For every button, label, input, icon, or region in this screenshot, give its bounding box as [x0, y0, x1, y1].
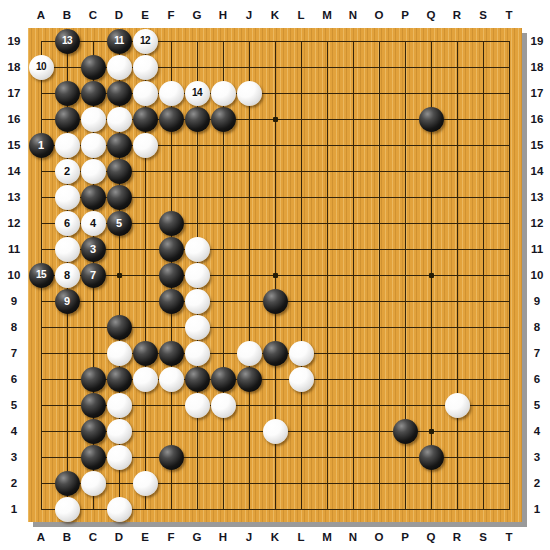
stone-white-C15 — [81, 133, 106, 158]
coordinate-label: 18 — [8, 61, 21, 73]
stones-layer: 131115315791210142648 — [28, 28, 522, 522]
move-number: 6 — [64, 218, 70, 229]
stone-white-E19: 12 — [133, 29, 158, 54]
coordinate-label: F — [167, 531, 174, 543]
coordinate-label: 19 — [8, 35, 21, 47]
coordinate-label: 15 — [531, 139, 544, 151]
stone-black-C10: 7 — [81, 263, 106, 288]
coordinate-label: 17 — [8, 87, 21, 99]
coordinate-label: L — [297, 531, 304, 543]
coordinate-label: T — [505, 531, 512, 543]
top-coordinates: ABCDEFGHJKLMNOPQRST — [28, 0, 522, 28]
coordinate-label: 2 — [534, 477, 540, 489]
stone-black-F7 — [159, 341, 184, 366]
stone-white-D4 — [107, 419, 132, 444]
stone-black-A10: 15 — [29, 263, 54, 288]
stone-white-B14: 2 — [55, 159, 80, 184]
stone-white-R5 — [445, 393, 470, 418]
stone-white-C14 — [81, 159, 106, 184]
stone-black-F10 — [159, 263, 184, 288]
stone-white-D7 — [107, 341, 132, 366]
left-coordinates: 19181716151413121110987654321 — [0, 28, 28, 522]
stone-white-E2 — [133, 471, 158, 496]
stone-white-D1 — [107, 497, 132, 522]
coordinate-label: C — [89, 531, 97, 543]
stone-white-G9 — [185, 289, 210, 314]
coordinate-label: D — [115, 531, 123, 543]
coordinate-label: 16 — [531, 113, 544, 125]
coordinate-label: K — [271, 531, 279, 543]
stone-white-G11 — [185, 237, 210, 262]
stone-white-B10: 8 — [55, 263, 80, 288]
coordinate-label: A — [37, 9, 45, 21]
move-number: 13 — [62, 36, 72, 46]
stone-white-C16 — [81, 107, 106, 132]
stone-white-B12: 6 — [55, 211, 80, 236]
stone-white-C2 — [81, 471, 106, 496]
coordinate-label: 9 — [11, 295, 17, 307]
coordinate-label: 7 — [11, 347, 17, 359]
stone-white-L6 — [289, 367, 314, 392]
stone-white-B1 — [55, 497, 80, 522]
stone-black-C4 — [81, 419, 106, 444]
move-number: 8 — [64, 270, 70, 281]
coordinate-label: H — [219, 531, 227, 543]
coordinate-label: P — [401, 531, 409, 543]
stone-black-B17 — [55, 81, 80, 106]
stone-black-Q3 — [419, 445, 444, 470]
move-number: 5 — [116, 218, 122, 229]
stone-black-D13 — [107, 185, 132, 210]
stone-black-F3 — [159, 445, 184, 470]
move-number: 1 — [38, 140, 44, 151]
coordinate-label: 1 — [11, 503, 17, 515]
coordinate-label: 8 — [534, 321, 540, 333]
coordinate-label: D — [115, 9, 123, 21]
coordinate-label: O — [375, 531, 384, 543]
stone-black-C11: 3 — [81, 237, 106, 262]
coordinate-label: J — [246, 531, 252, 543]
stone-black-D19: 11 — [107, 29, 132, 54]
stone-white-E18 — [133, 55, 158, 80]
coordinate-label: L — [297, 9, 304, 21]
stone-white-D16 — [107, 107, 132, 132]
stone-black-G16 — [185, 107, 210, 132]
stone-white-G5 — [185, 393, 210, 418]
stone-black-C18 — [81, 55, 106, 80]
move-number: 11 — [114, 36, 124, 46]
coordinate-label: 4 — [534, 425, 540, 437]
stone-white-E15 — [133, 133, 158, 158]
move-number: 2 — [64, 166, 70, 177]
coordinate-label: 14 — [8, 165, 21, 177]
coordinate-label: S — [479, 9, 487, 21]
coordinate-label: 7 — [534, 347, 540, 359]
stone-black-B2 — [55, 471, 80, 496]
move-number: 3 — [90, 244, 96, 255]
stone-black-E16 — [133, 107, 158, 132]
stone-black-J6 — [237, 367, 262, 392]
move-number: 15 — [36, 270, 46, 280]
coordinate-label: S — [479, 531, 487, 543]
coordinate-label: 2 — [11, 477, 17, 489]
coordinate-label: B — [63, 9, 71, 21]
stone-white-J17 — [237, 81, 262, 106]
stone-white-C12: 4 — [81, 211, 106, 236]
right-coordinates: 19181716151413121110987654321 — [525, 28, 550, 522]
coordinate-label: 17 — [531, 87, 544, 99]
stone-black-K9 — [263, 289, 288, 314]
stone-black-F9 — [159, 289, 184, 314]
go-board[interactable]: 131115315791210142648 — [28, 28, 522, 522]
coordinate-label: 18 — [531, 61, 544, 73]
stone-black-D12: 5 — [107, 211, 132, 236]
stone-black-B9: 9 — [55, 289, 80, 314]
coordinate-label: 6 — [11, 373, 17, 385]
coordinate-label: 3 — [11, 451, 17, 463]
coordinate-label: M — [322, 9, 332, 21]
coordinate-label: 11 — [8, 243, 20, 255]
coordinate-label: 5 — [11, 399, 17, 411]
coordinate-label: J — [246, 9, 252, 21]
stone-black-Q16 — [419, 107, 444, 132]
coordinate-label: 15 — [8, 139, 21, 151]
coordinate-label: N — [349, 531, 357, 543]
coordinate-label: 5 — [534, 399, 540, 411]
stone-white-H17 — [211, 81, 236, 106]
coordinate-label: 19 — [531, 35, 544, 47]
coordinate-label: 8 — [11, 321, 17, 333]
coordinate-label: 16 — [8, 113, 21, 125]
stone-black-H6 — [211, 367, 236, 392]
coordinate-label: C — [89, 9, 97, 21]
stone-black-C3 — [81, 445, 106, 470]
stone-white-B15 — [55, 133, 80, 158]
stone-black-C6 — [81, 367, 106, 392]
stone-white-G7 — [185, 341, 210, 366]
stone-white-D5 — [107, 393, 132, 418]
stone-black-C5 — [81, 393, 106, 418]
coordinate-label: N — [349, 9, 357, 21]
stone-black-F12 — [159, 211, 184, 236]
stone-white-G17: 14 — [185, 81, 210, 106]
coordinate-label: 13 — [531, 191, 544, 203]
coordinate-label: 1 — [534, 503, 540, 515]
stone-white-F17 — [159, 81, 184, 106]
stone-white-J7 — [237, 341, 262, 366]
coordinate-label: 10 — [531, 269, 544, 281]
coordinate-label: R — [453, 531, 461, 543]
coordinate-label: E — [141, 9, 149, 21]
coordinate-label: 9 — [534, 295, 540, 307]
coordinate-label: B — [63, 531, 71, 543]
stone-black-D8 — [107, 315, 132, 340]
stone-white-G8 — [185, 315, 210, 340]
move-number: 7 — [90, 270, 96, 281]
stone-black-B19: 13 — [55, 29, 80, 54]
coordinate-label: 4 — [11, 425, 17, 437]
coordinate-label: O — [375, 9, 384, 21]
stone-black-C13 — [81, 185, 106, 210]
coordinate-label: T — [505, 9, 512, 21]
coordinate-label: G — [193, 531, 202, 543]
stone-black-P4 — [393, 419, 418, 444]
stone-white-B13 — [55, 185, 80, 210]
stone-white-F6 — [159, 367, 184, 392]
coordinate-label: F — [167, 9, 174, 21]
move-number: 14 — [192, 88, 202, 98]
coordinate-label: 14 — [531, 165, 544, 177]
coordinate-label: K — [271, 9, 279, 21]
stone-white-K4 — [263, 419, 288, 444]
coordinate-label: 13 — [8, 191, 21, 203]
stone-black-D15 — [107, 133, 132, 158]
go-diagram-screen: ABCDEFGHJKLMNOPQRST ABCDEFGHJKLMNOPQRST … — [0, 0, 550, 550]
move-number: 12 — [140, 36, 150, 46]
coordinate-label: P — [401, 9, 409, 21]
coordinate-label: H — [219, 9, 227, 21]
stone-black-E7 — [133, 341, 158, 366]
move-number: 4 — [90, 218, 96, 229]
coordinate-label: 12 — [8, 217, 21, 229]
stone-black-H16 — [211, 107, 236, 132]
coordinate-label: 12 — [531, 217, 544, 229]
coordinate-label: M — [322, 531, 332, 543]
stone-black-D6 — [107, 367, 132, 392]
stone-black-D14 — [107, 159, 132, 184]
coordinate-label: G — [193, 9, 202, 21]
coordinate-label: Q — [427, 9, 436, 21]
stone-black-B16 — [55, 107, 80, 132]
coordinate-label: A — [37, 531, 45, 543]
stone-white-D3 — [107, 445, 132, 470]
stone-black-K7 — [263, 341, 288, 366]
stone-white-D18 — [107, 55, 132, 80]
coordinate-label: R — [453, 9, 461, 21]
stone-white-E17 — [133, 81, 158, 106]
stone-black-C17 — [81, 81, 106, 106]
coordinate-label: 6 — [534, 373, 540, 385]
stone-white-H5 — [211, 393, 236, 418]
move-number: 10 — [36, 62, 46, 72]
stone-black-F16 — [159, 107, 184, 132]
coordinate-label: E — [141, 531, 149, 543]
coordinate-label: Q — [427, 531, 436, 543]
stone-black-A15: 1 — [29, 133, 54, 158]
coordinate-label: 11 — [531, 243, 543, 255]
stone-white-A18: 10 — [29, 55, 54, 80]
move-number: 9 — [64, 296, 70, 307]
coordinate-label: 3 — [534, 451, 540, 463]
stone-white-B11 — [55, 237, 80, 262]
stone-black-G6 — [185, 367, 210, 392]
bottom-coordinates: ABCDEFGHJKLMNOPQRST — [28, 524, 522, 550]
stone-black-D17 — [107, 81, 132, 106]
stone-white-L7 — [289, 341, 314, 366]
stone-white-E6 — [133, 367, 158, 392]
stone-white-G10 — [185, 263, 210, 288]
stone-black-F11 — [159, 237, 184, 262]
coordinate-label: 10 — [8, 269, 21, 281]
